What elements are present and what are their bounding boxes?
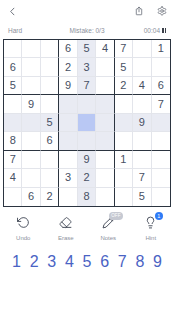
sudoku-board: 65471623559724697598679143276285 [3, 39, 171, 207]
share-button[interactable] [134, 6, 144, 16]
gear-icon [157, 6, 167, 16]
cell-r2c2[interactable] [22, 58, 40, 76]
cell-r6c4[interactable] [59, 132, 77, 150]
cell-r7c8[interactable] [133, 151, 151, 169]
numpad-1[interactable]: 1 [9, 252, 24, 271]
hint-count-badge: 1 [155, 212, 163, 220]
cell-r1c1[interactable] [4, 40, 22, 58]
numpad-2[interactable]: 2 [27, 252, 42, 271]
cell-r7c7[interactable]: 1 [115, 151, 133, 169]
cell-r2c3[interactable] [41, 58, 59, 76]
top-bar [0, 0, 174, 17]
cell-r1c2[interactable] [22, 40, 40, 58]
notes-button[interactable]: OFF Notes [89, 215, 127, 241]
cell-r7c9[interactable] [152, 151, 170, 169]
undo-button[interactable]: Undo [4, 215, 42, 241]
cell-r4c7[interactable] [115, 95, 133, 113]
cell-r9c4[interactable] [59, 188, 77, 206]
cell-r8c7[interactable] [115, 169, 133, 187]
cell-r7c6[interactable] [96, 151, 114, 169]
erase-button[interactable]: Erase [47, 215, 85, 241]
numpad-7[interactable]: 7 [115, 252, 130, 271]
cell-r6c1[interactable]: 8 [4, 132, 22, 150]
undo-icon [17, 215, 30, 233]
cell-r6c9[interactable] [152, 132, 170, 150]
notes-off-badge: OFF [109, 212, 124, 220]
settings-button[interactable] [157, 6, 167, 16]
cell-r1c9[interactable]: 1 [152, 40, 170, 58]
cell-r3c2[interactable] [22, 77, 40, 95]
numpad-9[interactable]: 9 [150, 252, 165, 271]
cell-r8c6[interactable] [96, 169, 114, 187]
cell-r7c2[interactable] [22, 151, 40, 169]
cell-r4c2[interactable]: 9 [22, 95, 40, 113]
cell-r1c5[interactable]: 5 [78, 40, 96, 58]
cell-r4c8[interactable] [133, 95, 151, 113]
cell-r8c4[interactable]: 3 [59, 169, 77, 187]
cell-r7c4[interactable] [59, 151, 77, 169]
cell-r9c9[interactable] [152, 188, 170, 206]
cell-r4c5[interactable] [78, 95, 96, 113]
cell-r3c8[interactable]: 4 [133, 77, 151, 95]
cell-r9c5[interactable]: 8 [78, 188, 96, 206]
cell-r1c7[interactable]: 7 [115, 40, 133, 58]
cell-r5c9[interactable] [152, 114, 170, 132]
cell-r9c7[interactable] [115, 188, 133, 206]
chevron-left-icon [8, 7, 17, 16]
cell-r1c4[interactable]: 6 [59, 40, 77, 58]
cell-r6c7[interactable] [115, 132, 133, 150]
cell-r9c1[interactable] [4, 188, 22, 206]
cell-r2c4[interactable]: 2 [59, 58, 77, 76]
cell-r2c8[interactable] [133, 58, 151, 76]
cell-r3c1[interactable]: 5 [4, 77, 22, 95]
cell-r9c6[interactable] [96, 188, 114, 206]
cell-r2c1[interactable]: 6 [4, 58, 22, 76]
cell-r5c1[interactable] [4, 114, 22, 132]
mistake-counter: Mistake: 0/3 [61, 27, 114, 34]
cell-r4c4[interactable] [59, 95, 77, 113]
cell-r4c6[interactable] [96, 95, 114, 113]
cell-r8c1[interactable]: 4 [4, 169, 22, 187]
cell-r5c3[interactable]: 5 [41, 114, 59, 132]
cell-r5c5[interactable] [78, 114, 96, 132]
cell-r3c9[interactable]: 6 [152, 77, 170, 95]
cell-r2c6[interactable] [96, 58, 114, 76]
cell-r7c5[interactable]: 9 [78, 151, 96, 169]
cell-r5c2[interactable] [22, 114, 40, 132]
cell-r8c8[interactable]: 7 [133, 169, 151, 187]
cell-r9c3[interactable]: 2 [41, 188, 59, 206]
cell-r6c8[interactable] [133, 132, 151, 150]
cell-r8c9[interactable] [152, 169, 170, 187]
cell-r3c6[interactable] [96, 77, 114, 95]
numpad-3[interactable]: 3 [44, 252, 59, 271]
cell-r2c7[interactable]: 5 [115, 58, 133, 76]
cell-r1c3[interactable] [41, 40, 59, 58]
status-bar: Hard Mistake: 0/3 00:04 [0, 27, 174, 34]
share-icon [134, 6, 144, 16]
cell-r9c8[interactable]: 5 [133, 188, 151, 206]
toolbar: Undo Erase OFF Notes 1 Hint [0, 215, 174, 241]
cell-r3c5[interactable]: 7 [78, 77, 96, 95]
pause-icon [162, 28, 164, 33]
numpad-8[interactable]: 8 [132, 252, 147, 271]
notes-label: Notes [100, 235, 116, 241]
cell-r9c2[interactable]: 6 [22, 188, 40, 206]
cell-r3c7[interactable]: 2 [115, 77, 133, 95]
cell-r1c6[interactable]: 4 [96, 40, 114, 58]
cell-r5c7[interactable] [115, 114, 133, 132]
difficulty-label: Hard [8, 27, 61, 34]
cell-r4c3[interactable] [41, 95, 59, 113]
back-button[interactable] [8, 7, 17, 16]
cell-r3c3[interactable] [41, 77, 59, 95]
cell-r6c6[interactable] [96, 132, 114, 150]
numpad-4[interactable]: 4 [62, 252, 77, 271]
hint-label: Hint [145, 235, 156, 241]
timer: 00:04 [144, 27, 160, 34]
undo-label: Undo [16, 235, 30, 241]
cell-r3c4[interactable]: 9 [59, 77, 77, 95]
cell-r5c6[interactable] [96, 114, 114, 132]
erase-label: Erase [58, 235, 74, 241]
cell-r6c2[interactable] [22, 132, 40, 150]
numpad-6[interactable]: 6 [97, 252, 112, 271]
number-pad: 1 2 3 4 5 6 7 8 9 [0, 252, 174, 271]
cell-r5c8[interactable]: 9 [133, 114, 151, 132]
hint-button[interactable]: 1 Hint [132, 215, 170, 241]
numpad-5[interactable]: 5 [80, 252, 95, 271]
cell-r4c9[interactable]: 7 [152, 95, 170, 113]
cell-r8c2[interactable] [22, 169, 40, 187]
cell-r6c5[interactable] [78, 132, 96, 150]
cell-r4c1[interactable] [4, 95, 22, 113]
cell-r8c3[interactable] [41, 169, 59, 187]
cell-r5c4[interactable] [59, 114, 77, 132]
cell-r2c5[interactable]: 3 [78, 58, 96, 76]
cell-r6c3[interactable]: 6 [41, 132, 59, 150]
cell-r8c5[interactable]: 2 [78, 169, 96, 187]
cell-r1c8[interactable] [133, 40, 151, 58]
pause-button[interactable] [162, 28, 166, 33]
cell-r7c3[interactable] [41, 151, 59, 169]
eraser-icon [59, 215, 72, 233]
cell-r7c1[interactable]: 7 [4, 151, 22, 169]
sudoku-app: Hard Mistake: 0/3 00:04 6547162355972469… [0, 0, 174, 310]
cell-r2c9[interactable] [152, 58, 170, 76]
